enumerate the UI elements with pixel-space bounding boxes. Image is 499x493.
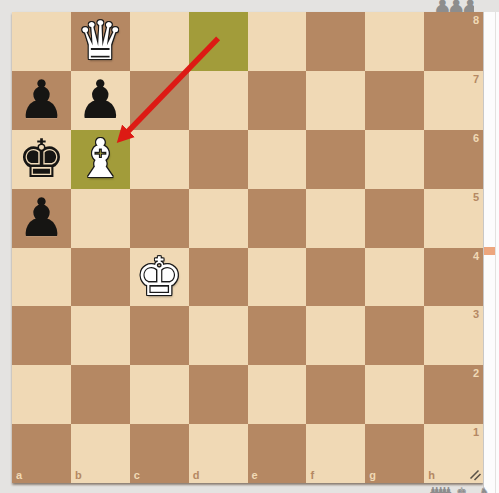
square-g4[interactable] [365,248,424,307]
spare-pieces-icon[interactable]: ♟♟♟♟♟ [428,485,447,493]
file-label-d: d [193,470,200,481]
square-g5[interactable] [365,189,424,248]
board-resize-handle[interactable] [467,467,482,482]
square-e8[interactable] [248,12,307,71]
rank-label-7: 7 [473,74,479,85]
square-b6[interactable]: ♝ [71,130,130,189]
square-c5[interactable] [130,189,189,248]
square-f7[interactable] [306,71,365,130]
square-b5[interactable] [71,189,130,248]
square-a2[interactable] [12,365,71,424]
square-e2[interactable] [248,365,307,424]
current-move-marker [484,247,495,255]
square-f2[interactable] [306,365,365,424]
square-c8[interactable] [130,12,189,71]
file-label-a: a [16,470,22,481]
square-d1[interactable]: d [189,424,248,483]
square-h4[interactable]: 4 [424,248,483,307]
square-d4[interactable] [189,248,248,307]
square-a5[interactable]: ♟ [12,189,71,248]
square-d5[interactable] [189,189,248,248]
square-a7[interactable]: ♟ [12,71,71,130]
square-d8[interactable] [189,12,248,71]
square-a1[interactable]: a [12,424,71,483]
square-a6[interactable]: ♚ [12,130,71,189]
file-label-e: e [252,470,258,481]
square-f4[interactable] [306,248,365,307]
square-a4[interactable] [12,248,71,307]
square-h6[interactable]: 6 [424,130,483,189]
piece-black-pawn-a7[interactable]: ♟ [18,71,66,129]
chess-board[interactable]: ♛8♟♟7♚♝6♟5♚432abcdefg1h [12,12,483,483]
square-b2[interactable] [71,365,130,424]
square-b4[interactable] [71,248,130,307]
piece-black-king-a6[interactable]: ♚ [18,130,66,188]
piece-black-pawn-a5[interactable]: ♟ [18,189,66,247]
square-g1[interactable]: g [365,424,424,483]
square-f5[interactable] [306,189,365,248]
piece-tool-icon[interactable]: ♚ [456,485,467,493]
square-h3[interactable]: 3 [424,306,483,365]
square-e3[interactable] [248,306,307,365]
piece-tool2-icon[interactable]: ♞ [479,485,490,493]
square-e5[interactable] [248,189,307,248]
square-f3[interactable] [306,306,365,365]
square-b3[interactable] [71,306,130,365]
square-e6[interactable] [248,130,307,189]
square-h7[interactable]: 7 [424,71,483,130]
panel-divider [495,12,496,493]
file-label-b: b [75,470,82,481]
square-d3[interactable] [189,306,248,365]
square-f8[interactable] [306,12,365,71]
bottom-toolbar-cropped[interactable]: ♟♟♟♟♟♚♞ [428,485,496,493]
piece-white-king-c4[interactable]: ♚ [135,248,183,306]
square-c1[interactable]: c [130,424,189,483]
square-d6[interactable] [189,130,248,189]
square-e7[interactable] [248,71,307,130]
square-f6[interactable] [306,130,365,189]
square-d2[interactable] [189,365,248,424]
square-c7[interactable] [130,71,189,130]
file-label-g: g [369,470,376,481]
square-b8[interactable]: ♛ [71,12,130,71]
file-label-c: c [134,470,140,481]
rank-label-2: 2 [473,368,479,379]
square-g8[interactable] [365,12,424,71]
square-c2[interactable] [130,365,189,424]
side-panel-edge [483,12,499,493]
square-g7[interactable] [365,71,424,130]
square-g3[interactable] [365,306,424,365]
square-h2[interactable]: 2 [424,365,483,424]
square-e4[interactable] [248,248,307,307]
square-g2[interactable] [365,365,424,424]
square-g6[interactable] [365,130,424,189]
piece-white-queen-b8[interactable]: ♛ [77,12,125,70]
square-h5[interactable]: 5 [424,189,483,248]
square-c3[interactable] [130,306,189,365]
square-f1[interactable]: f [306,424,365,483]
square-e1[interactable]: e [248,424,307,483]
file-label-f: f [310,470,314,481]
players-pawns-icon: ♟♟♟ [433,0,474,18]
square-d7[interactable] [189,71,248,130]
piece-black-pawn-b7[interactable]: ♟ [77,71,125,129]
square-b1[interactable]: b [71,424,130,483]
piece-white-bishop-b6[interactable]: ♝ [77,130,125,188]
rank-label-6: 6 [473,133,479,144]
square-a8[interactable] [12,12,71,71]
square-b7[interactable]: ♟ [71,71,130,130]
rank-label-5: 5 [473,192,479,203]
square-h8[interactable]: 8 [424,12,483,71]
rank-label-3: 3 [473,309,479,320]
square-c4[interactable]: ♚ [130,248,189,307]
rank-label-1: 1 [473,427,479,438]
file-label-h: h [428,470,435,481]
square-c6[interactable] [130,130,189,189]
square-a3[interactable] [12,306,71,365]
rank-label-4: 4 [473,251,479,262]
